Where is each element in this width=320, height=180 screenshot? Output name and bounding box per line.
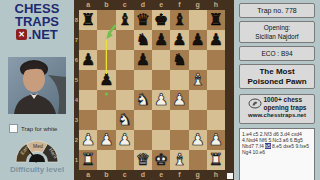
white-knight-c3[interactable]: ♞ — [116, 110, 134, 130]
black-bishop-c8[interactable]: ♝ — [116, 10, 134, 30]
trap-for-white-checkbox[interactable] — [9, 124, 18, 133]
black-knight-f6[interactable]: ♞ — [170, 50, 188, 70]
white-pawn-b2[interactable]: ♟ — [97, 130, 115, 150]
white-queen-d1[interactable]: ♛ — [134, 150, 152, 170]
chess-board: abcdefgh abcdefgh 87654321 87654321 ♜♝♛♚… — [74, 0, 234, 180]
file-label: h — [207, 0, 225, 10]
black-pawn-g7[interactable]: ♟ — [189, 30, 207, 50]
square-h5[interactable] — [207, 70, 225, 90]
file-label: g — [189, 0, 207, 10]
file-label: c — [116, 170, 134, 180]
square-c6[interactable] — [116, 50, 134, 70]
square-e6[interactable] — [152, 50, 170, 70]
black-king-e8[interactable]: ♚ — [152, 10, 170, 30]
square-d3[interactable] — [134, 110, 152, 130]
promo-site-url: www.chesstraps.net — [240, 111, 314, 119]
difficulty-gauge: Easy Med Hard — [13, 138, 61, 164]
square-g1[interactable] — [189, 150, 207, 170]
trap-for-white-row: Trap for white — [9, 124, 74, 133]
black-pawn-e7[interactable]: ♟ — [152, 30, 170, 50]
white-pawn-a2[interactable]: ♟ — [79, 130, 97, 150]
promo-line2: opening traps — [264, 104, 307, 112]
black-rook-h8[interactable]: ♜ — [207, 10, 225, 30]
square-g8[interactable] — [189, 10, 207, 30]
eco-box: ECO : B94 — [239, 46, 315, 61]
square-b7[interactable] — [97, 30, 115, 50]
white-pawn-h2[interactable]: ♟ — [207, 130, 225, 150]
sidebar: CHESS TRAPS ✕ .NET Trap for white — [0, 0, 74, 180]
square-g3[interactable] — [189, 110, 207, 130]
file-label: h — [207, 170, 225, 180]
file-label: f — [170, 0, 188, 10]
white-rook-h1[interactable]: ♜ — [207, 150, 225, 170]
white-bishop-f1[interactable]: ♝ — [170, 150, 188, 170]
white-pawn-e4[interactable]: ♟ — [152, 90, 170, 110]
file-labels-top: abcdefgh — [79, 0, 225, 10]
file-label: e — [152, 170, 170, 180]
white-rook-a1[interactable]: ♜ — [79, 150, 97, 170]
white-pawn-c2[interactable]: ♟ — [116, 130, 134, 150]
file-label: f — [170, 170, 188, 180]
instructor-photo — [8, 57, 66, 114]
opening-label: Opening: — [240, 23, 314, 32]
file-label: d — [134, 0, 152, 10]
file-labels-bottom: abcdefgh — [79, 170, 225, 180]
trap-title-line1: The Most — [240, 67, 314, 77]
black-pawn-d6[interactable]: ♟ — [134, 50, 152, 70]
square-c1[interactable] — [116, 150, 134, 170]
file-label: b — [97, 0, 115, 10]
chesstraps-logo: CHESS TRAPS ✕ .NET — [0, 2, 74, 41]
chesstraps-logo-icon — [248, 98, 262, 109]
white-knight-d4[interactable]: ♞ — [134, 90, 152, 110]
file-label: a — [79, 170, 97, 180]
x-mark-icon: ✕ — [16, 29, 27, 40]
square-a5[interactable] — [79, 70, 97, 90]
file-label: a — [79, 0, 97, 10]
white-to-move-indicator — [227, 173, 233, 179]
square-g6[interactable] — [189, 50, 207, 70]
square-d5[interactable] — [134, 70, 152, 90]
square-a3[interactable] — [79, 110, 97, 130]
square-f3[interactable] — [170, 110, 188, 130]
square-b3[interactable] — [97, 110, 115, 130]
square-c5[interactable] — [116, 70, 134, 90]
opening-name: Sicilian Najdorf — [240, 32, 314, 41]
square-c7[interactable] — [116, 30, 134, 50]
difficulty-level-label: Difficulty level — [0, 165, 74, 174]
board-squares[interactable]: ♜♝♛♚♝♜♞♟♟♟♟♟♟♞♟♝♞♟♟♞♟♟♟♟♟♜♛♚♝♜ — [79, 10, 225, 170]
square-c4[interactable] — [116, 90, 134, 110]
video-frame: CHESS TRAPS ✕ .NET Trap for white — [0, 0, 320, 180]
square-b8[interactable] — [97, 10, 115, 30]
file-label: b — [97, 170, 115, 180]
square-e3[interactable] — [152, 110, 170, 130]
black-pawn-b5[interactable]: ♟ — [97, 70, 115, 90]
white-pawn-f4[interactable]: ♟ — [170, 90, 188, 110]
file-label: c — [116, 0, 134, 10]
promo-box: 1000+ chess opening traps www.chesstraps… — [239, 94, 315, 124]
square-d2[interactable] — [134, 130, 152, 150]
file-label: d — [134, 170, 152, 180]
opening-box: Opening: Sicilian Najdorf — [239, 21, 315, 43]
square-a4[interactable] — [79, 90, 97, 110]
square-b4[interactable] — [97, 90, 115, 110]
logo-suffix: .NET — [28, 28, 58, 41]
black-queen-d8[interactable]: ♛ — [134, 10, 152, 30]
square-a7[interactable] — [79, 30, 97, 50]
square-h4[interactable] — [207, 90, 225, 110]
square-h6[interactable] — [207, 50, 225, 70]
black-knight-d7[interactable]: ♞ — [134, 30, 152, 50]
white-bishop-g5[interactable]: ♝ — [189, 70, 207, 90]
square-b6[interactable] — [97, 50, 115, 70]
white-king-e1[interactable]: ♚ — [152, 150, 170, 170]
square-f2[interactable] — [170, 130, 188, 150]
black-rook-a8[interactable]: ♜ — [79, 10, 97, 30]
black-bishop-f8[interactable]: ♝ — [170, 10, 188, 30]
trap-for-white-label: Trap for white — [21, 126, 57, 132]
square-f5[interactable] — [170, 70, 188, 90]
square-g4[interactable] — [189, 90, 207, 110]
black-pawn-a6[interactable]: ♟ — [79, 50, 97, 70]
black-pawn-h7[interactable]: ♟ — [207, 30, 225, 50]
square-b1[interactable] — [97, 150, 115, 170]
trap-title-box: The Most Poisoned Pawn — [239, 64, 315, 89]
info-panel: Trap no. 778 Opening: Sicilian Najdorf E… — [234, 0, 320, 180]
square-h3[interactable] — [207, 110, 225, 130]
trap-title-line2: Poisoned Pawn — [240, 77, 314, 87]
white-pawn-g2[interactable]: ♟ — [189, 130, 207, 150]
file-label: g — [189, 170, 207, 180]
gauge-med-label: Med — [33, 143, 43, 149]
square-e2[interactable] — [152, 130, 170, 150]
move-list[interactable]: 1.e4 c5 2.Nf3 d6 3.d4 cxd4 4.Nxd4 Nf6 5.… — [239, 128, 315, 180]
file-label: e — [152, 0, 170, 10]
black-pawn-f7[interactable]: ♟ — [170, 30, 188, 50]
square-e5[interactable] — [152, 70, 170, 90]
trap-number-box: Trap no. 778 — [239, 3, 315, 18]
promo-line1: 1000+ chess — [264, 96, 307, 104]
